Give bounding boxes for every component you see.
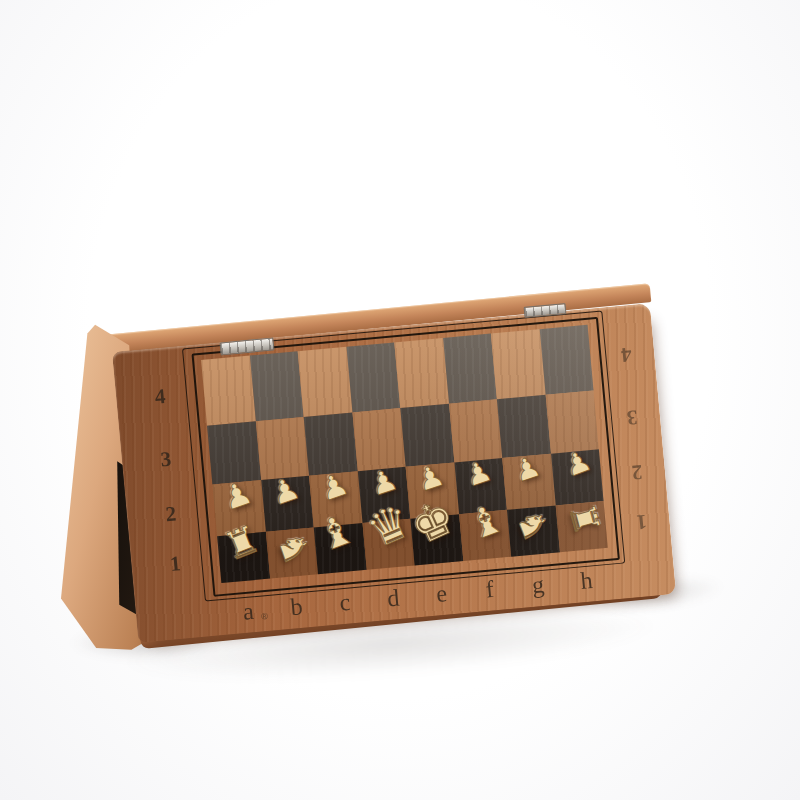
file-label-e: e [435, 580, 448, 608]
square-c1 [314, 523, 367, 574]
square-d4 [346, 342, 400, 412]
square-b2 [261, 476, 314, 532]
square-f2 [454, 458, 507, 514]
file-label-c: c [338, 589, 351, 617]
square-g1 [507, 505, 560, 556]
square-d3 [352, 408, 406, 471]
registered-trademark-mark: ® [261, 611, 269, 622]
rank-label-right-3: 3 [626, 404, 639, 430]
square-f4 [443, 334, 497, 404]
rank-label-left-3: 3 [160, 446, 173, 472]
rank-label-right-1: 1 [635, 508, 648, 534]
square-e3 [400, 404, 454, 467]
square-c4 [298, 347, 352, 417]
square-c2 [309, 471, 362, 527]
square-a2 [212, 480, 265, 536]
square-g3 [497, 395, 551, 458]
square-a4 [201, 356, 255, 426]
square-h1 [555, 501, 608, 552]
rank-label-right-2: 2 [631, 459, 644, 485]
square-d2 [357, 467, 410, 523]
square-h2 [551, 449, 604, 505]
square-d1 [362, 519, 415, 570]
square-e1 [410, 514, 463, 565]
square-g2 [502, 454, 555, 510]
square-a1 [217, 532, 270, 583]
file-label-h: h [579, 567, 593, 595]
square-h4 [539, 325, 593, 395]
square-e4 [394, 338, 448, 408]
product-photo-stage: 4321 4321 abcdefgh ® ♟♟♟♟♟♟♟♟♜♞♝♛♚♝♞♜ [0, 0, 800, 800]
square-h3 [545, 391, 599, 454]
square-a3 [207, 421, 261, 484]
square-f1 [459, 510, 512, 561]
square-b4 [249, 351, 303, 421]
rank-label-left-1: 1 [169, 551, 182, 577]
rank-label-left-2: 2 [165, 501, 178, 527]
square-f3 [449, 399, 503, 462]
file-label-a: a [242, 598, 255, 626]
chess-board-face: 4321 4321 abcdefgh ® ♟♟♟♟♟♟♟♟♜♞♝♛♚♝♞♜ [112, 303, 676, 643]
square-g4 [491, 329, 545, 399]
file-label-f: f [485, 576, 495, 604]
file-label-d: d [386, 585, 400, 613]
rank-label-right-4: 4 [620, 341, 633, 367]
file-label-g: g [531, 571, 545, 599]
square-b3 [255, 417, 309, 480]
square-b1 [265, 527, 318, 578]
board-grid [201, 325, 608, 583]
rank-label-left-4: 4 [154, 384, 167, 410]
square-e2 [406, 462, 459, 518]
file-label-b: b [289, 593, 303, 621]
square-c3 [304, 412, 358, 475]
